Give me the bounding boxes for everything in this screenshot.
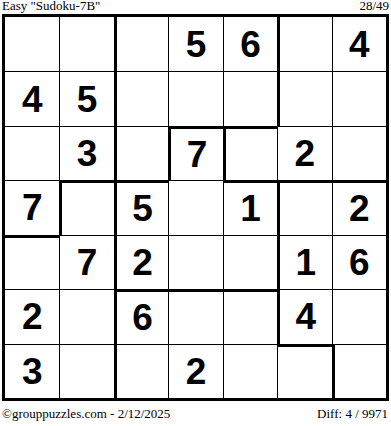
cell-r3c6: 2 bbox=[277, 126, 331, 180]
cell-r6c5[interactable] bbox=[223, 289, 277, 343]
cell-r5c3: 2 bbox=[114, 235, 168, 289]
cell-r2c5[interactable] bbox=[223, 71, 277, 125]
cell-r4c7: 2 bbox=[332, 180, 386, 234]
copyright-text: ©grouppuzzles.com - 2/12/2025 bbox=[2, 406, 170, 422]
cell-r1c2[interactable] bbox=[59, 17, 113, 71]
cell-r7c7[interactable] bbox=[332, 344, 386, 398]
cell-r5c2: 7 bbox=[59, 235, 113, 289]
cell-r3c4: 7 bbox=[168, 126, 222, 180]
cell-r2c1: 4 bbox=[5, 71, 59, 125]
cell-r1c1[interactable] bbox=[5, 17, 59, 71]
cell-r2c2: 5 bbox=[59, 71, 113, 125]
cell-r7c1: 3 bbox=[5, 344, 59, 398]
cell-r5c7: 6 bbox=[332, 235, 386, 289]
cell-r1c4: 5 bbox=[168, 17, 222, 71]
cell-r6c4[interactable] bbox=[168, 289, 222, 343]
cell-r2c6[interactable] bbox=[277, 71, 331, 125]
cell-r2c3[interactable] bbox=[114, 71, 168, 125]
cell-r5c6: 1 bbox=[277, 235, 331, 289]
cell-r7c4: 2 bbox=[168, 344, 222, 398]
cell-r3c7[interactable] bbox=[332, 126, 386, 180]
footer: ©grouppuzzles.com - 2/12/2025 Diff: 4 / … bbox=[2, 406, 388, 422]
cell-r3c2: 3 bbox=[59, 126, 113, 180]
cell-r6c2[interactable] bbox=[59, 289, 113, 343]
cell-r5c4[interactable] bbox=[168, 235, 222, 289]
cell-r7c3[interactable] bbox=[114, 344, 168, 398]
cell-r3c3[interactable] bbox=[114, 126, 168, 180]
cell-r4c2[interactable] bbox=[59, 180, 113, 234]
difficulty-text: Diff: 4 / 9971 bbox=[317, 406, 388, 422]
cell-r7c2[interactable] bbox=[59, 344, 113, 398]
cell-r1c3[interactable] bbox=[114, 17, 168, 71]
cell-r2c7[interactable] bbox=[332, 71, 386, 125]
header: Easy "Sudoku-7B" 28/49 bbox=[2, 0, 389, 14]
cell-r4c4[interactable] bbox=[168, 180, 222, 234]
puzzle-page: Easy "Sudoku-7B" 28/49 56445372751272162… bbox=[0, 0, 391, 426]
given-counter: 28/49 bbox=[359, 0, 389, 13]
cell-r3c1[interactable] bbox=[5, 126, 59, 180]
cell-r1c7: 4 bbox=[332, 17, 386, 71]
cell-r5c1[interactable] bbox=[5, 235, 59, 289]
cell-r1c6[interactable] bbox=[277, 17, 331, 71]
cell-r5c5[interactable] bbox=[223, 235, 277, 289]
cell-r1c5: 6 bbox=[223, 17, 277, 71]
cell-r7c5[interactable] bbox=[223, 344, 277, 398]
page-title: Easy "Sudoku-7B" bbox=[2, 0, 100, 13]
sudoku-board: 564453727512721626432 bbox=[2, 14, 389, 401]
cell-r4c3: 5 bbox=[114, 180, 168, 234]
cell-r6c6: 4 bbox=[277, 289, 331, 343]
cell-r4c6[interactable] bbox=[277, 180, 331, 234]
cell-r6c3: 6 bbox=[114, 289, 168, 343]
cell-r4c5: 1 bbox=[223, 180, 277, 234]
cell-r2c4[interactable] bbox=[168, 71, 222, 125]
cell-r6c7[interactable] bbox=[332, 289, 386, 343]
cell-r3c5[interactable] bbox=[223, 126, 277, 180]
cell-r6c1: 2 bbox=[5, 289, 59, 343]
cell-r7c6[interactable] bbox=[277, 344, 331, 398]
cell-r4c1: 7 bbox=[5, 180, 59, 234]
